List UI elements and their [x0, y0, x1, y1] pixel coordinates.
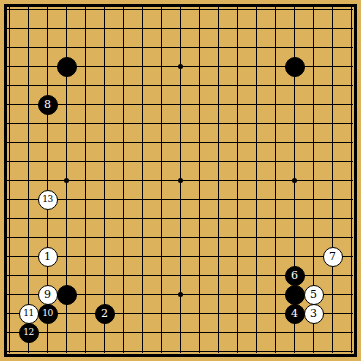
move-number-label: 1: [44, 251, 51, 262]
star-point-dot: [178, 178, 183, 183]
stone-black-10-c3[interactable]: 10: [38, 304, 58, 324]
stone-black-d4[interactable]: [57, 285, 77, 305]
star-point: [57, 171, 76, 190]
stone-white-11-b3[interactable]: 11: [19, 304, 39, 324]
star-point-dot: [292, 178, 297, 183]
star-point-dot: [64, 178, 69, 183]
go-board[interactable]: 81317695111024312: [0, 0, 361, 361]
stone-white-9-c4[interactable]: 9: [38, 285, 58, 305]
intersection-q3: 4: [285, 304, 304, 323]
move-number-label: 4: [291, 308, 298, 319]
intersection-c3: 10: [38, 304, 57, 323]
stone-black-4-q3[interactable]: 4: [285, 304, 305, 324]
intersection-r3: 3: [304, 304, 323, 323]
intersection-q16: [285, 57, 304, 76]
star-point: [171, 57, 190, 76]
move-number-label: 8: [44, 99, 51, 110]
move-number-label: 12: [23, 328, 33, 337]
intersection-b3: 11: [19, 304, 38, 323]
move-number-label: 11: [23, 309, 33, 318]
stone-white-13-c9[interactable]: 13: [38, 190, 58, 210]
star-point-dot: [178, 64, 183, 69]
move-number-label: 6: [291, 270, 298, 281]
stone-white-3-r3[interactable]: 3: [304, 304, 324, 324]
intersection-r4: 5: [304, 285, 323, 304]
stone-black-d16[interactable]: [57, 57, 77, 77]
stone-white-1-c6[interactable]: 1: [38, 247, 58, 267]
move-number-label: 13: [42, 195, 52, 204]
intersection-c14: 8: [38, 95, 57, 114]
intersection-q5: 6: [285, 266, 304, 285]
stone-white-7-s6[interactable]: 7: [323, 247, 343, 267]
intersection-c9: 13: [38, 190, 57, 209]
intersection-c4: 9: [38, 285, 57, 304]
move-number-label: 5: [310, 289, 317, 300]
intersection-b2: 12: [19, 323, 38, 342]
move-number-label: 3: [310, 308, 317, 319]
star-point: [171, 285, 190, 304]
stone-black-12-b2[interactable]: 12: [19, 323, 39, 343]
stone-black-6-q5[interactable]: 6: [285, 266, 305, 286]
star-point: [285, 171, 304, 190]
move-number-label: 10: [42, 309, 52, 318]
intersection-s6: 7: [323, 247, 342, 266]
move-number-label: 2: [101, 308, 108, 319]
move-number-label: 7: [329, 251, 336, 262]
go-diagram: 81317695111024312: [0, 0, 361, 361]
star-point-dot: [178, 292, 183, 297]
intersection-d4: [57, 285, 76, 304]
stone-black-q16[interactable]: [285, 57, 305, 77]
intersection-q4: [285, 285, 304, 304]
intersection-f3: 2: [95, 304, 114, 323]
stone-black-q4[interactable]: [285, 285, 305, 305]
move-number-label: 9: [44, 289, 51, 300]
star-point: [171, 171, 190, 190]
stone-black-8-c14[interactable]: 8: [38, 95, 58, 115]
intersection-c6: 1: [38, 247, 57, 266]
intersection-d16: [57, 57, 76, 76]
stone-black-2-f3[interactable]: 2: [95, 304, 115, 324]
stone-white-5-r4[interactable]: 5: [304, 285, 324, 305]
